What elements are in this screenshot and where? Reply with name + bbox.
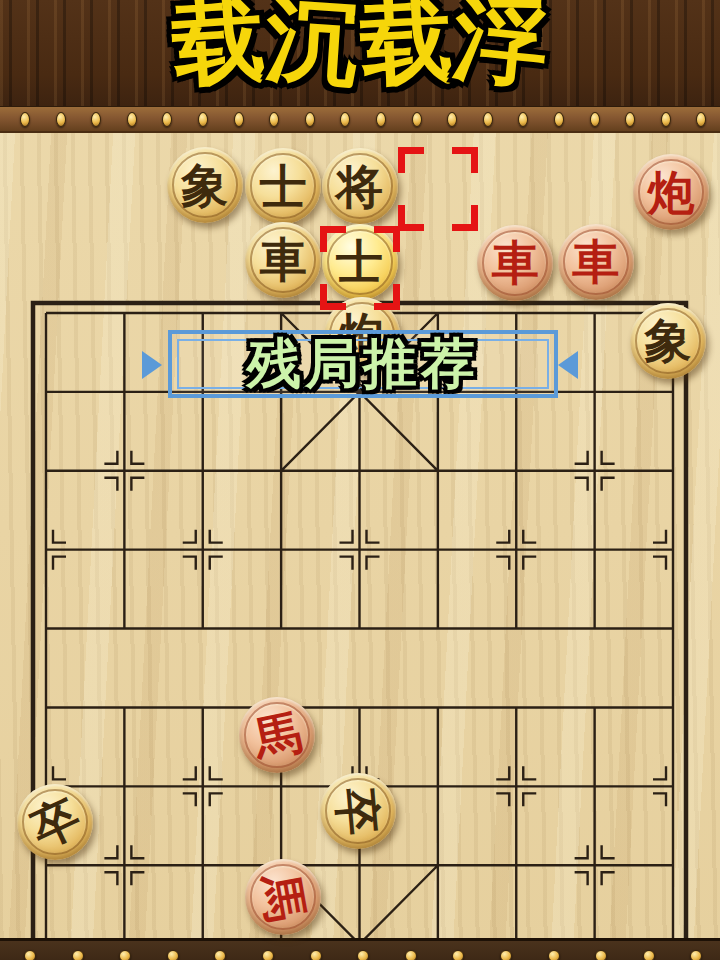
piece-black-advisor[interactable]: 士 bbox=[322, 224, 398, 300]
header: 载沉载浮 bbox=[0, 0, 720, 106]
piece-glyph: 士 bbox=[336, 238, 383, 285]
stud bbox=[198, 112, 208, 127]
piece-glyph: 士 bbox=[260, 163, 307, 210]
piece-glyph: 車 bbox=[572, 238, 619, 285]
stud bbox=[447, 112, 457, 127]
piece-black-soldier[interactable]: 卒 bbox=[17, 784, 93, 860]
stud bbox=[483, 112, 493, 127]
piece-glyph: 馬 bbox=[256, 870, 310, 924]
piece-glyph: 将 bbox=[336, 163, 383, 210]
xiangqi-app-screen: 楚河 漢界 象士将車士炮象卒卒炮車車馬馬 载沉载浮 残局推荐 bbox=[0, 0, 720, 960]
title-char: 载 bbox=[169, 0, 269, 92]
stud bbox=[56, 112, 66, 127]
piece-black-chariot[interactable]: 車 bbox=[245, 222, 321, 298]
stud bbox=[357, 950, 369, 960]
stud bbox=[167, 950, 179, 960]
wood-strip-top bbox=[0, 106, 720, 133]
piece-glyph: 炮 bbox=[648, 169, 695, 216]
stud bbox=[305, 112, 315, 127]
piece-glyph: 象 bbox=[181, 162, 228, 209]
piece-red-chariot[interactable]: 車 bbox=[477, 225, 553, 301]
stud bbox=[452, 950, 464, 960]
stud bbox=[72, 950, 84, 960]
banner-arrow-right-icon bbox=[142, 351, 162, 379]
stud bbox=[548, 950, 560, 960]
stud bbox=[214, 950, 226, 960]
piece-glyph: 象 bbox=[645, 317, 692, 364]
piece-glyph: 卒 bbox=[332, 786, 383, 837]
stud bbox=[262, 950, 274, 960]
piece-glyph: 馬 bbox=[249, 707, 305, 763]
piece-glyph: 車 bbox=[260, 236, 307, 283]
stud bbox=[269, 112, 279, 127]
title-char: 沉 bbox=[263, 0, 363, 92]
piece-red-cannon[interactable]: 炮 bbox=[633, 154, 709, 230]
stud bbox=[162, 112, 172, 127]
piece-red-horse[interactable]: 馬 bbox=[239, 697, 315, 773]
stud bbox=[500, 950, 512, 960]
stud bbox=[590, 112, 600, 127]
wood-strip-bottom bbox=[0, 938, 720, 960]
endgame-banner[interactable]: 残局推荐 bbox=[168, 330, 558, 398]
stud bbox=[119, 950, 131, 960]
stud bbox=[625, 112, 635, 127]
banner-text: 残局推荐 bbox=[247, 328, 479, 401]
stud bbox=[376, 112, 386, 127]
page-title: 载沉载浮 bbox=[172, 0, 548, 89]
piece-black-soldier[interactable]: 卒 bbox=[320, 773, 396, 849]
stud bbox=[643, 950, 655, 960]
stud bbox=[91, 112, 101, 127]
title-char: 载 bbox=[358, 0, 457, 91]
stud bbox=[554, 112, 564, 127]
stud bbox=[20, 112, 30, 127]
stud bbox=[405, 950, 417, 960]
stud bbox=[518, 112, 528, 127]
stud bbox=[696, 112, 706, 127]
piece-black-elephant[interactable]: 象 bbox=[167, 147, 243, 223]
piece-glyph: 車 bbox=[492, 239, 539, 286]
piece-red-chariot[interactable]: 車 bbox=[558, 224, 634, 300]
piece-black-elephant[interactable]: 象 bbox=[630, 303, 706, 379]
banner-arrow-left-icon bbox=[558, 351, 578, 379]
piece-black-general[interactable]: 将 bbox=[322, 148, 398, 224]
piece-glyph: 卒 bbox=[24, 791, 86, 853]
stud bbox=[127, 112, 137, 127]
stud bbox=[340, 112, 350, 127]
title-char: 浮 bbox=[449, 0, 553, 94]
stud bbox=[690, 950, 702, 960]
stud bbox=[661, 112, 671, 127]
stud bbox=[310, 950, 322, 960]
piece-black-advisor[interactable]: 士 bbox=[245, 148, 321, 224]
piece-red-horse[interactable]: 馬 bbox=[245, 859, 321, 935]
stud bbox=[234, 112, 244, 127]
stud bbox=[595, 950, 607, 960]
stud bbox=[412, 112, 422, 127]
stud bbox=[24, 950, 36, 960]
